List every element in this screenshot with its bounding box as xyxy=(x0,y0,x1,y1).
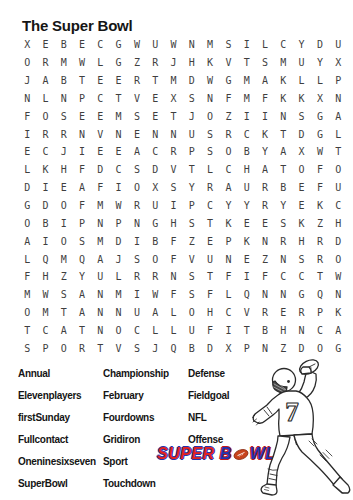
grid-cell-r12c10: Z xyxy=(183,232,201,250)
player-back-leg xyxy=(294,434,342,486)
grid-cell-r13c10: V xyxy=(183,250,201,268)
grid-cell-r14c10: S xyxy=(183,268,201,286)
grid-cell-r17c4: T xyxy=(73,322,91,340)
grid-cell-r2c15: M xyxy=(274,54,292,72)
grid-cell-r14c5: U xyxy=(91,268,109,286)
grid-cell-r12c17: R xyxy=(311,232,329,250)
grid-cell-r14c18: W xyxy=(329,268,347,286)
grid-cell-r5c14: I xyxy=(256,107,274,125)
word-list-item: SuperBowl xyxy=(18,473,96,495)
logo-text-b: B xyxy=(220,445,232,463)
grid-cell-r8c5: D xyxy=(91,161,109,179)
grid-cell-r10c12: Y xyxy=(219,197,237,215)
grid-cell-r6c1: I xyxy=(18,125,36,143)
grid-cell-r5c12: Z xyxy=(219,107,237,125)
grid-cell-r11c5: N xyxy=(91,214,109,232)
grid-cell-r3c3: B xyxy=(55,72,73,90)
grid-cell-r4c5: C xyxy=(91,90,109,108)
grid-cell-r14c4: Y xyxy=(73,268,91,286)
grid-cell-r2c1: O xyxy=(18,54,36,72)
grid-cell-r12c8: B xyxy=(146,232,164,250)
grid-cell-r12c11: E xyxy=(201,232,219,250)
grid-cell-r7c14: Y xyxy=(256,143,274,161)
grid-cell-r9c13: U xyxy=(238,179,256,197)
grid-cell-r12c7: I xyxy=(128,232,146,250)
grid-cell-r5c16: S xyxy=(292,107,310,125)
grid-cell-r10c4: F xyxy=(73,197,91,215)
grid-cell-r15c16: G xyxy=(292,286,310,304)
grid-cell-r11c7: N xyxy=(128,214,146,232)
grid-cell-r4c8: E xyxy=(146,90,164,108)
grid-cell-r7c16: X xyxy=(292,143,310,161)
grid-cell-r3c11: W xyxy=(201,72,219,90)
grid-cell-r7c5: E xyxy=(91,143,109,161)
grid-cell-r1c14: L xyxy=(256,36,274,54)
grid-cell-r17c13: T xyxy=(238,322,256,340)
grid-cell-r18c7: S xyxy=(128,339,146,357)
word-search-grid: XEBECGWUWNMSILCYDUORMWLGZRJHKVTSMUYXJABT… xyxy=(18,36,347,357)
grid-cell-r5c1: F xyxy=(18,107,36,125)
grid-cell-r1c3: B xyxy=(55,36,73,54)
player-front-shoe xyxy=(261,484,277,495)
grid-cell-r3c12: G xyxy=(219,72,237,90)
grid-cell-r11c14: E xyxy=(256,214,274,232)
grid-cell-r15c8: W xyxy=(146,286,164,304)
grid-cell-r2c14: S xyxy=(256,54,274,72)
grid-cell-r14c13: I xyxy=(238,268,256,286)
grid-cell-r10c13: Y xyxy=(238,197,256,215)
grid-cell-r9c15: B xyxy=(274,179,292,197)
grid-cell-r3c8: T xyxy=(146,72,164,90)
grid-cell-r5c13: I xyxy=(238,107,256,125)
grid-cell-r10c14: R xyxy=(256,197,274,215)
grid-cell-r5c6: M xyxy=(109,107,127,125)
grid-cell-r15c4: A xyxy=(73,286,91,304)
grid-cell-r2c18: X xyxy=(329,54,347,72)
grid-cell-r2c9: J xyxy=(164,54,182,72)
grid-cell-r2c17: Y xyxy=(311,54,329,72)
player-hand xyxy=(301,367,312,374)
grid-cell-r5c5: E xyxy=(91,107,109,125)
grid-cell-r11c16: K xyxy=(292,214,310,232)
grid-cell-r17c1: T xyxy=(18,322,36,340)
grid-cell-r6c12: R xyxy=(219,125,237,143)
grid-cell-r15c10: S xyxy=(183,286,201,304)
grid-cell-r12c3: O xyxy=(55,232,73,250)
grid-cell-r5c18: A xyxy=(329,107,347,125)
grid-cell-r18c5: T xyxy=(91,339,109,357)
grid-cell-r17c16: N xyxy=(292,322,310,340)
grid-cell-r12c5: M xyxy=(91,232,109,250)
grid-cell-r13c2: Q xyxy=(36,250,54,268)
grid-cell-r4c15: K xyxy=(274,90,292,108)
grid-cell-r3c5: E xyxy=(91,72,109,90)
word-list-column-2: ChampionshipFebruaryFourdownsGridironSpo… xyxy=(103,363,169,495)
grid-cell-r10c9: I xyxy=(164,197,182,215)
grid-cell-r6c17: G xyxy=(311,125,329,143)
grid-cell-r11c11: T xyxy=(201,214,219,232)
grid-cell-r1c8: U xyxy=(146,36,164,54)
grid-cell-r3c18: P xyxy=(329,72,347,90)
word-list-item: Defense xyxy=(188,363,229,385)
grid-cell-r14c7: R xyxy=(128,268,146,286)
grid-cell-r7c13: B xyxy=(238,143,256,161)
grid-cell-r6c18: L xyxy=(329,125,347,143)
grid-cell-r7c7: A xyxy=(128,143,146,161)
grid-cell-r12c2: I xyxy=(36,232,54,250)
grid-cell-r9c12: A xyxy=(219,179,237,197)
grid-cell-r12c12: P xyxy=(219,232,237,250)
grid-cell-r4c10: S xyxy=(183,90,201,108)
grid-cell-r5c7: S xyxy=(128,107,146,125)
grid-cell-r13c1: L xyxy=(18,250,36,268)
grid-cell-r16c18: K xyxy=(329,304,347,322)
grid-cell-r4c16: K xyxy=(292,90,310,108)
grid-cell-r2c16: U xyxy=(292,54,310,72)
grid-cell-r3c15: K xyxy=(274,72,292,90)
grid-cell-r8c7: S xyxy=(128,161,146,179)
grid-cell-r13c5: A xyxy=(91,250,109,268)
grid-cell-r7c1: E xyxy=(18,143,36,161)
grid-cell-r5c4: E xyxy=(73,107,91,125)
player-jersey xyxy=(253,391,313,436)
grid-cell-r10c7: R xyxy=(128,197,146,215)
grid-cell-r17c17: C xyxy=(311,322,329,340)
grid-cell-r5c10: J xyxy=(183,107,201,125)
grid-cell-r14c17: T xyxy=(311,268,329,286)
grid-cell-r15c2: W xyxy=(36,286,54,304)
grid-cell-r15c15: N xyxy=(274,286,292,304)
grid-cell-r8c16: O xyxy=(292,161,310,179)
helmet-icon xyxy=(273,369,296,393)
grid-cell-r14c6: L xyxy=(109,268,127,286)
grid-cell-r6c4: N xyxy=(73,125,91,143)
grid-cell-r9c1: D xyxy=(18,179,36,197)
grid-cell-r11c4: P xyxy=(73,214,91,232)
grid-cell-r1c2: E xyxy=(36,36,54,54)
grid-cell-r15c7: I xyxy=(128,286,146,304)
grid-cell-r14c2: H xyxy=(36,268,54,286)
grid-cell-r7c18: T xyxy=(329,143,347,161)
grid-cell-r17c3: A xyxy=(55,322,73,340)
logo-football-icon xyxy=(233,448,249,461)
grid-cell-r3c14: A xyxy=(256,72,274,90)
word-list-item: firstSunday xyxy=(18,407,96,429)
grid-cell-r15c18: N xyxy=(329,286,347,304)
grid-cell-r13c14: Z xyxy=(256,250,274,268)
grid-cell-r10c3: O xyxy=(55,197,73,215)
grid-cell-r13c18: O xyxy=(329,250,347,268)
jersey-number: 7 xyxy=(285,397,299,427)
grid-cell-r6c9: N xyxy=(164,125,182,143)
grid-cell-r5c15: N xyxy=(274,107,292,125)
puzzle-title: The Super Bowl xyxy=(22,17,133,34)
grid-cell-r1c1: X xyxy=(18,36,36,54)
word-list-column-1: AnnualElevenplayersfirstSundayFullcontac… xyxy=(18,363,96,495)
word-list-item: Fourdowns xyxy=(103,407,169,429)
grid-cell-r10c2: D xyxy=(36,197,54,215)
grid-cell-r16c4: A xyxy=(73,304,91,322)
word-list-column-3: DefenseFieldgoalNFLOffense xyxy=(188,363,229,451)
grid-cell-r8c18: O xyxy=(329,161,347,179)
grid-cell-r5c17: G xyxy=(311,107,329,125)
grid-cell-r15c9: F xyxy=(164,286,182,304)
word-list-item: Touchdown xyxy=(103,473,169,495)
grid-cell-r9c16: E xyxy=(292,179,310,197)
grid-cell-r6c8: N xyxy=(146,125,164,143)
grid-cell-r16c7: U xyxy=(128,304,146,322)
grid-cell-r6c5: V xyxy=(91,125,109,143)
word-list-item: Elevenplayers xyxy=(18,385,96,407)
grid-cell-r11c13: E xyxy=(238,214,256,232)
grid-cell-r8c1: L xyxy=(18,161,36,179)
grid-cell-r16c16: R xyxy=(292,304,310,322)
grid-cell-r15c1: M xyxy=(18,286,36,304)
grid-cell-r12c9: F xyxy=(164,232,182,250)
grid-cell-r14c15: C xyxy=(274,268,292,286)
grid-cell-r9c10: Y xyxy=(183,179,201,197)
grid-cell-r3c13: M xyxy=(238,72,256,90)
word-list-item: Fieldgoal xyxy=(188,385,229,407)
grid-cell-r13c7: S xyxy=(128,250,146,268)
grid-cell-r12c16: H xyxy=(292,232,310,250)
grid-cell-r17c9: L xyxy=(164,322,182,340)
grid-cell-r1c4: E xyxy=(73,36,91,54)
grid-cell-r7c4: I xyxy=(73,143,91,161)
grid-cell-r12c4: S xyxy=(73,232,91,250)
grid-cell-r15c12: L xyxy=(219,286,237,304)
word-list-item: Annual xyxy=(18,363,96,385)
grid-cell-r17c8: L xyxy=(146,322,164,340)
grid-cell-r4c9: X xyxy=(164,90,182,108)
grid-cell-r16c15: E xyxy=(274,304,292,322)
grid-cell-r15c17: Q xyxy=(311,286,329,304)
grid-cell-r13c17: R xyxy=(311,250,329,268)
word-list-item: Championship xyxy=(103,363,169,385)
grid-cell-r1c12: S xyxy=(219,36,237,54)
grid-cell-r18c1: S xyxy=(18,339,36,357)
grid-cell-r5c8: E xyxy=(146,107,164,125)
grid-cell-r6c15: T xyxy=(274,125,292,143)
grid-cell-r7c10: P xyxy=(183,143,201,161)
grid-cell-r15c13: Q xyxy=(238,286,256,304)
grid-cell-r15c14: N xyxy=(256,286,274,304)
grid-cell-r11c15: S xyxy=(274,214,292,232)
grid-cell-r9c5: F xyxy=(91,179,109,197)
grid-cell-r8c8: D xyxy=(146,161,164,179)
grid-cell-r4c11: N xyxy=(201,90,219,108)
grid-cell-r18c8: J xyxy=(146,339,164,357)
football-player-illustration: 7 xyxy=(252,355,353,500)
grid-cell-r17c6: O xyxy=(109,322,127,340)
grid-cell-r9c4: A xyxy=(73,179,91,197)
grid-cell-r17c11: F xyxy=(201,322,219,340)
grid-cell-r12c15: R xyxy=(274,232,292,250)
grid-cell-r17c2: C xyxy=(36,322,54,340)
word-list-item: Oneninesixseven xyxy=(18,451,96,473)
grid-cell-r10c5: M xyxy=(91,197,109,215)
grid-cell-r9c14: R xyxy=(256,179,274,197)
grid-cell-r9c11: R xyxy=(201,179,219,197)
grid-cell-r8c2: K xyxy=(36,161,54,179)
grid-cell-r18c11: D xyxy=(201,339,219,357)
grid-cell-r16c6: N xyxy=(109,304,127,322)
grid-cell-r14c8: R xyxy=(146,268,164,286)
grid-cell-r4c17: X xyxy=(311,90,329,108)
grid-cell-r1c10: N xyxy=(183,36,201,54)
grid-cell-r10c8: U xyxy=(146,197,164,215)
grid-cell-r3c10: D xyxy=(183,72,201,90)
grid-cell-r4c13: M xyxy=(238,90,256,108)
grid-cell-r14c16: C xyxy=(292,268,310,286)
grid-cell-r2c3: M xyxy=(55,54,73,72)
grid-cell-r2c13: T xyxy=(238,54,256,72)
grid-cell-r4c3: N xyxy=(55,90,73,108)
grid-cell-r15c5: N xyxy=(91,286,109,304)
grid-cell-r16c5: N xyxy=(91,304,109,322)
grid-cell-r6c2: R xyxy=(36,125,54,143)
grid-cell-r16c3: T xyxy=(55,304,73,322)
grid-cell-r18c12: X xyxy=(219,339,237,357)
grid-cell-r6c3: R xyxy=(55,125,73,143)
grid-cell-r6c13: C xyxy=(238,125,256,143)
grid-cell-r5c2: O xyxy=(36,107,54,125)
grid-cell-r12c1: A xyxy=(18,232,36,250)
grid-cell-r4c14: F xyxy=(256,90,274,108)
grid-cell-r8c3: H xyxy=(55,161,73,179)
grid-cell-r18c3: O xyxy=(55,339,73,357)
grid-cell-r8c4: F xyxy=(73,161,91,179)
grid-cell-r9c6: I xyxy=(109,179,127,197)
grid-cell-r3c17: L xyxy=(311,72,329,90)
grid-cell-r12c14: N xyxy=(256,232,274,250)
grid-cell-r9c9: S xyxy=(164,179,182,197)
grid-cell-r2c10: H xyxy=(183,54,201,72)
grid-cell-r2c5: L xyxy=(91,54,109,72)
grid-cell-r10c17: K xyxy=(311,197,329,215)
grid-cell-r11c9: H xyxy=(164,214,182,232)
grid-cell-r18c2: P xyxy=(36,339,54,357)
grid-cell-r17c10: U xyxy=(183,322,201,340)
grid-cell-r3c1: J xyxy=(18,72,36,90)
grid-cell-r2c8: R xyxy=(146,54,164,72)
grid-cell-r3c2: A xyxy=(36,72,54,90)
grid-cell-r16c1: O xyxy=(18,304,36,322)
word-list-item: February xyxy=(103,385,169,407)
grid-cell-r4c18: N xyxy=(329,90,347,108)
grid-cell-r3c7: R xyxy=(128,72,146,90)
grid-cell-r10c15: Y xyxy=(274,197,292,215)
grid-cell-r13c4: Q xyxy=(73,250,91,268)
grid-cell-r11c2: B xyxy=(36,214,54,232)
grid-cell-r6c14: K xyxy=(256,125,274,143)
logo-text-super: SUPER xyxy=(157,445,215,463)
grid-cell-r18c6: V xyxy=(109,339,127,357)
worksheet-page: The Super Bowl XEBECGWUWNMSILCYDUORMWLGZ… xyxy=(0,0,353,500)
grid-cell-r11c10: S xyxy=(183,214,201,232)
grid-cell-r4c12: F xyxy=(219,90,237,108)
grid-cell-r1c5: C xyxy=(91,36,109,54)
grid-cell-r9c2: I xyxy=(36,179,54,197)
grid-cell-r3c4: T xyxy=(73,72,91,90)
grid-cell-r7c8: C xyxy=(146,143,164,161)
grid-cell-r6c7: E xyxy=(128,125,146,143)
grid-cell-r16c9: L xyxy=(164,304,182,322)
grid-cell-r7c11: S xyxy=(201,143,219,161)
grid-cell-r6c10: U xyxy=(183,125,201,143)
grid-cell-r6c16: D xyxy=(292,125,310,143)
grid-cell-r6c11: S xyxy=(201,125,219,143)
grid-cell-r4c6: T xyxy=(109,90,127,108)
grid-cell-r13c11: U xyxy=(201,250,219,268)
grid-cell-r8c6: C xyxy=(109,161,127,179)
grid-cell-r11c17: Z xyxy=(311,214,329,232)
grid-cell-r10c6: W xyxy=(109,197,127,215)
grid-cell-r13c3: M xyxy=(55,250,73,268)
grid-cell-r16c8: A xyxy=(146,304,164,322)
grid-cell-r9c18: U xyxy=(329,179,347,197)
grid-cell-r15c3: S xyxy=(55,286,73,304)
grid-cell-r1c18: U xyxy=(329,36,347,54)
grid-cell-r2c12: V xyxy=(219,54,237,72)
grid-cell-r2c2: R xyxy=(36,54,54,72)
grid-cell-r13c6: J xyxy=(109,250,127,268)
grid-cell-r15c6: M xyxy=(109,286,127,304)
word-list-item: NFL xyxy=(188,407,229,429)
grid-cell-r10c10: P xyxy=(183,197,201,215)
grid-cell-r10c18: C xyxy=(329,197,347,215)
grid-cell-r16c17: P xyxy=(311,304,329,322)
grid-cell-r8c13: H xyxy=(238,161,256,179)
grid-cell-r10c16: E xyxy=(292,197,310,215)
grid-cell-r18c10: B xyxy=(183,339,201,357)
grid-cell-r17c18: A xyxy=(329,322,347,340)
grid-cell-r9c7: O xyxy=(128,179,146,197)
grid-cell-r7c15: A xyxy=(274,143,292,161)
grid-cell-r7c3: J xyxy=(55,143,73,161)
grid-cell-r15c11: F xyxy=(201,286,219,304)
grid-cell-r12c6: D xyxy=(109,232,127,250)
grid-cell-r8c10: T xyxy=(183,161,201,179)
grid-cell-r2c4: W xyxy=(73,54,91,72)
grid-cell-r7c12: O xyxy=(219,143,237,161)
grid-cell-r13c8: O xyxy=(146,250,164,268)
grid-cell-r18c9: Q xyxy=(164,339,182,357)
grid-cell-r17c5: N xyxy=(91,322,109,340)
grid-cell-r5c11: O xyxy=(201,107,219,125)
grid-cell-r16c12: C xyxy=(219,304,237,322)
grid-cell-r14c9: N xyxy=(164,268,182,286)
grid-cell-r1c9: W xyxy=(164,36,182,54)
grid-cell-r13c9: F xyxy=(164,250,182,268)
grid-cell-r18c4: R xyxy=(73,339,91,357)
grid-cell-r11c1: O xyxy=(18,214,36,232)
grid-cell-r8c14: A xyxy=(256,161,274,179)
grid-cell-r16c10: O xyxy=(183,304,201,322)
grid-cell-r9c8: X xyxy=(146,179,164,197)
grid-cell-r3c6: E xyxy=(109,72,127,90)
grid-cell-r1c17: D xyxy=(311,36,329,54)
grid-cell-r16c2: M xyxy=(36,304,54,322)
grid-cell-r5c3: S xyxy=(55,107,73,125)
grid-cell-r17c15: H xyxy=(274,322,292,340)
grid-cell-r4c7: V xyxy=(128,90,146,108)
grid-cell-r8c12: C xyxy=(219,161,237,179)
grid-cell-r7c2: C xyxy=(36,143,54,161)
grid-cell-r7c17: W xyxy=(311,143,329,161)
grid-cell-r1c7: W xyxy=(128,36,146,54)
grid-cell-r4c1: N xyxy=(18,90,36,108)
